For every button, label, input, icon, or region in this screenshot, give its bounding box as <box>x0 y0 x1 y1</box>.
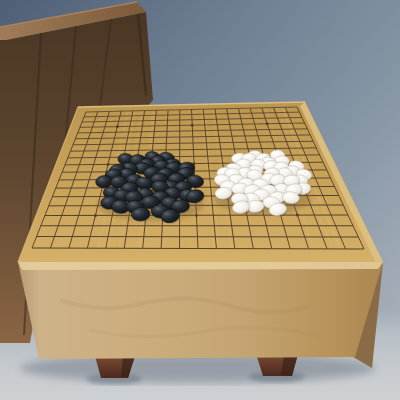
hoshi-point <box>195 214 198 217</box>
hoshi-point <box>296 214 299 217</box>
goban-photo-scene <box>0 0 400 400</box>
hoshi-point <box>191 124 194 127</box>
goban-near-chamfer <box>18 262 383 270</box>
hoshi-point <box>266 122 269 125</box>
hoshi-point <box>116 125 119 128</box>
goban-front-face <box>18 262 383 359</box>
scene-canvas <box>0 0 400 400</box>
hoshi-point <box>107 163 110 166</box>
hoshi-point <box>94 214 97 217</box>
